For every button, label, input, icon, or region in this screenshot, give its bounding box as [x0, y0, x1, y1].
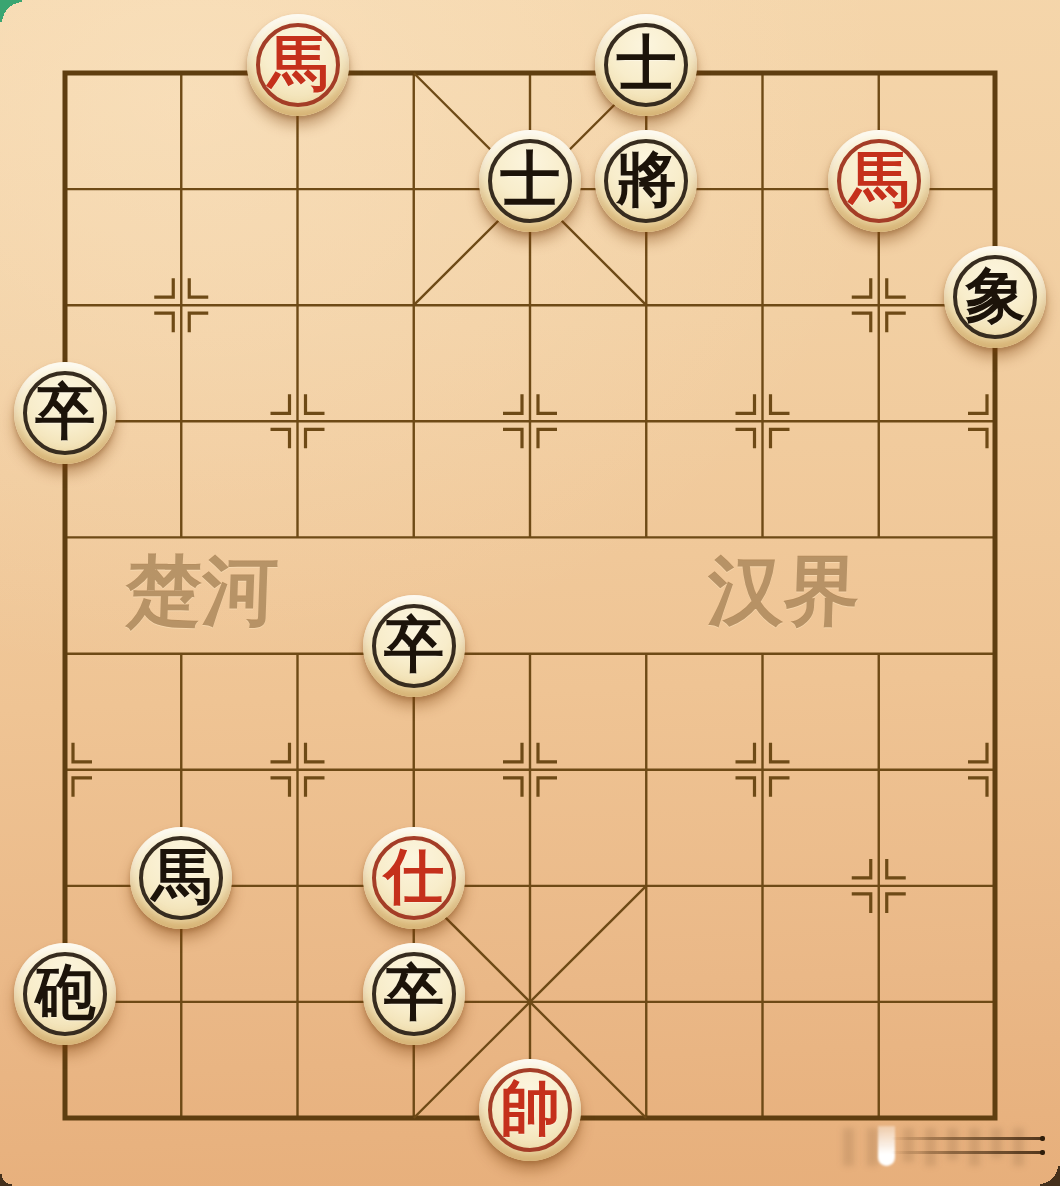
piece-glyph: 帥 [500, 1078, 560, 1138]
black-soldier[interactable]: 卒 [14, 362, 116, 464]
watermark-line [891, 1137, 1043, 1140]
watermark-highlight [878, 1126, 895, 1166]
blurred-watermark [835, 1120, 1050, 1174]
watermark-bar [925, 1128, 936, 1166]
black-general[interactable]: 將 [595, 130, 697, 232]
piece-glyph: 卒 [35, 381, 95, 441]
corner-artifact-green [0, 0, 22, 22]
black-advisor[interactable]: 士 [479, 130, 581, 232]
red-general[interactable]: 帥 [479, 1059, 581, 1161]
black-cannon[interactable]: 砲 [14, 943, 116, 1045]
piece-glyph: 卒 [384, 614, 444, 674]
red-advisor[interactable]: 仕 [363, 827, 465, 929]
piece-glyph: 象 [965, 265, 1025, 325]
piece-glyph: 馬 [151, 846, 211, 906]
black-elephant[interactable]: 象 [944, 246, 1046, 348]
watermark-bar [843, 1128, 854, 1166]
xiangqi-board[interactable]: 楚河 汉界 馬士士將馬象卒卒馬仕砲卒帥 [0, 0, 1060, 1186]
watermark-bar [903, 1128, 914, 1162]
piece-glyph: 士 [616, 33, 676, 93]
black-soldier[interactable]: 卒 [363, 943, 465, 1045]
watermark-bar [867, 1128, 878, 1166]
red-horse[interactable]: 馬 [828, 130, 930, 232]
corner-artifact-dark [1040, 1166, 1060, 1186]
piece-glyph: 砲 [35, 962, 95, 1022]
black-horse[interactable]: 馬 [130, 827, 232, 929]
watermark-bar [947, 1128, 958, 1160]
piece-glyph: 仕 [384, 846, 444, 906]
piece-glyph: 馬 [268, 33, 328, 93]
piece-glyph: 將 [616, 149, 676, 209]
black-soldier[interactable]: 卒 [363, 595, 465, 697]
watermark-bar [1013, 1128, 1024, 1166]
corner-artifact-dark [0, 1174, 12, 1186]
piece-glyph: 馬 [849, 149, 909, 209]
piece-layer: 馬士士將馬象卒卒馬仕砲卒帥 [7, 15, 1053, 1176]
black-advisor[interactable]: 士 [595, 14, 697, 116]
piece-glyph: 卒 [384, 962, 444, 1022]
watermark-line [891, 1151, 1043, 1154]
piece-glyph: 士 [500, 149, 560, 209]
red-horse[interactable]: 馬 [247, 14, 349, 116]
watermark-bar [969, 1128, 980, 1166]
